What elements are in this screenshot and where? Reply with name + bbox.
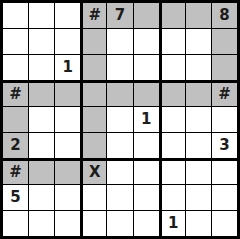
cell-r8c1[interactable]: 5 — [3, 185, 28, 210]
cell-r2c8[interactable] — [186, 29, 211, 54]
cell-r7c5[interactable] — [107, 159, 132, 184]
cell-r7c6[interactable] — [134, 159, 159, 184]
cell-r4c8[interactable] — [186, 81, 211, 106]
cell-r2c7[interactable] — [160, 29, 185, 54]
cell-r5c1[interactable] — [3, 107, 28, 132]
cell-r8c9[interactable] — [212, 185, 237, 210]
cell-r5c8[interactable] — [186, 107, 211, 132]
cell-r1c9[interactable]: 8 — [212, 3, 237, 28]
cell-r3c1[interactable] — [3, 55, 28, 80]
cell-r6c6[interactable] — [134, 133, 159, 158]
cell-r9c1[interactable] — [3, 211, 28, 236]
cell-r7c4[interactable]: X — [81, 159, 106, 184]
cell-r6c5[interactable] — [107, 133, 132, 158]
cell-r2c4[interactable] — [81, 29, 106, 54]
cell-r4c3[interactable] — [55, 81, 80, 106]
puzzle-area: #781##123#X51 — [0, 0, 240, 239]
cell-r6c2[interactable] — [29, 133, 54, 158]
cell-r6c3[interactable] — [55, 133, 80, 158]
cell-r5c7[interactable] — [160, 107, 185, 132]
cell-r2c3[interactable] — [55, 29, 80, 54]
cell-r2c5[interactable] — [107, 29, 132, 54]
cell-r4c9[interactable]: # — [212, 81, 237, 106]
cell-r2c1[interactable] — [3, 29, 28, 54]
cell-r3c5[interactable] — [107, 55, 132, 80]
cell-r2c2[interactable] — [29, 29, 54, 54]
cell-r7c8[interactable] — [186, 159, 211, 184]
cell-r9c7[interactable]: 1 — [160, 211, 185, 236]
cell-r1c7[interactable] — [160, 3, 185, 28]
cell-r3c2[interactable] — [29, 55, 54, 80]
cell-r3c6[interactable] — [134, 55, 159, 80]
cell-r3c9[interactable] — [212, 55, 237, 80]
cell-r7c2[interactable] — [29, 159, 54, 184]
cell-r3c4[interactable] — [81, 55, 106, 80]
cell-r7c7[interactable] — [160, 159, 185, 184]
cell-r9c9[interactable] — [212, 211, 237, 236]
cell-r4c5[interactable] — [107, 81, 132, 106]
cell-r1c4[interactable]: # — [81, 3, 106, 28]
cell-r1c3[interactable] — [55, 3, 80, 28]
cell-r8c2[interactable] — [29, 185, 54, 210]
cell-r7c1[interactable]: # — [3, 159, 28, 184]
cell-r9c8[interactable] — [186, 211, 211, 236]
cell-r4c1[interactable]: # — [3, 81, 28, 106]
cell-r8c7[interactable] — [160, 185, 185, 210]
cell-r5c9[interactable] — [212, 107, 237, 132]
cell-r5c3[interactable] — [55, 107, 80, 132]
cell-r6c7[interactable] — [160, 133, 185, 158]
cell-r4c4[interactable] — [81, 81, 106, 106]
cell-r6c9[interactable]: 3 — [212, 133, 237, 158]
cell-r7c9[interactable] — [212, 159, 237, 184]
cell-r1c5[interactable]: 7 — [107, 3, 132, 28]
cell-r1c1[interactable] — [3, 3, 28, 28]
cell-r8c8[interactable] — [186, 185, 211, 210]
cell-r8c5[interactable] — [107, 185, 132, 210]
cell-r8c6[interactable] — [134, 185, 159, 210]
cell-r4c2[interactable] — [29, 81, 54, 106]
cell-r9c4[interactable] — [81, 211, 106, 236]
cell-r6c8[interactable] — [186, 133, 211, 158]
cell-r5c5[interactable] — [107, 107, 132, 132]
cell-r9c6[interactable] — [134, 211, 159, 236]
cell-r1c2[interactable] — [29, 3, 54, 28]
cell-r9c5[interactable] — [107, 211, 132, 236]
cell-r4c6[interactable] — [134, 81, 159, 106]
cell-r6c4[interactable] — [81, 133, 106, 158]
cell-r3c7[interactable] — [160, 55, 185, 80]
sudoku-board: #781##123#X51 — [0, 0, 240, 239]
cell-r5c6[interactable]: 1 — [134, 107, 159, 132]
cell-r5c4[interactable] — [81, 107, 106, 132]
cell-r8c4[interactable] — [81, 185, 106, 210]
cell-r5c2[interactable] — [29, 107, 54, 132]
cell-r2c6[interactable] — [134, 29, 159, 54]
cell-r1c6[interactable] — [134, 3, 159, 28]
cell-r3c8[interactable] — [186, 55, 211, 80]
cell-r9c2[interactable] — [29, 211, 54, 236]
cell-r6c1[interactable]: 2 — [3, 133, 28, 158]
cell-r4c7[interactable] — [160, 81, 185, 106]
cell-r7c3[interactable] — [55, 159, 80, 184]
cell-r3c3[interactable]: 1 — [55, 55, 80, 80]
cell-r8c3[interactable] — [55, 185, 80, 210]
cell-r1c8[interactable] — [186, 3, 211, 28]
cell-r2c9[interactable] — [212, 29, 237, 54]
cell-r9c3[interactable] — [55, 211, 80, 236]
